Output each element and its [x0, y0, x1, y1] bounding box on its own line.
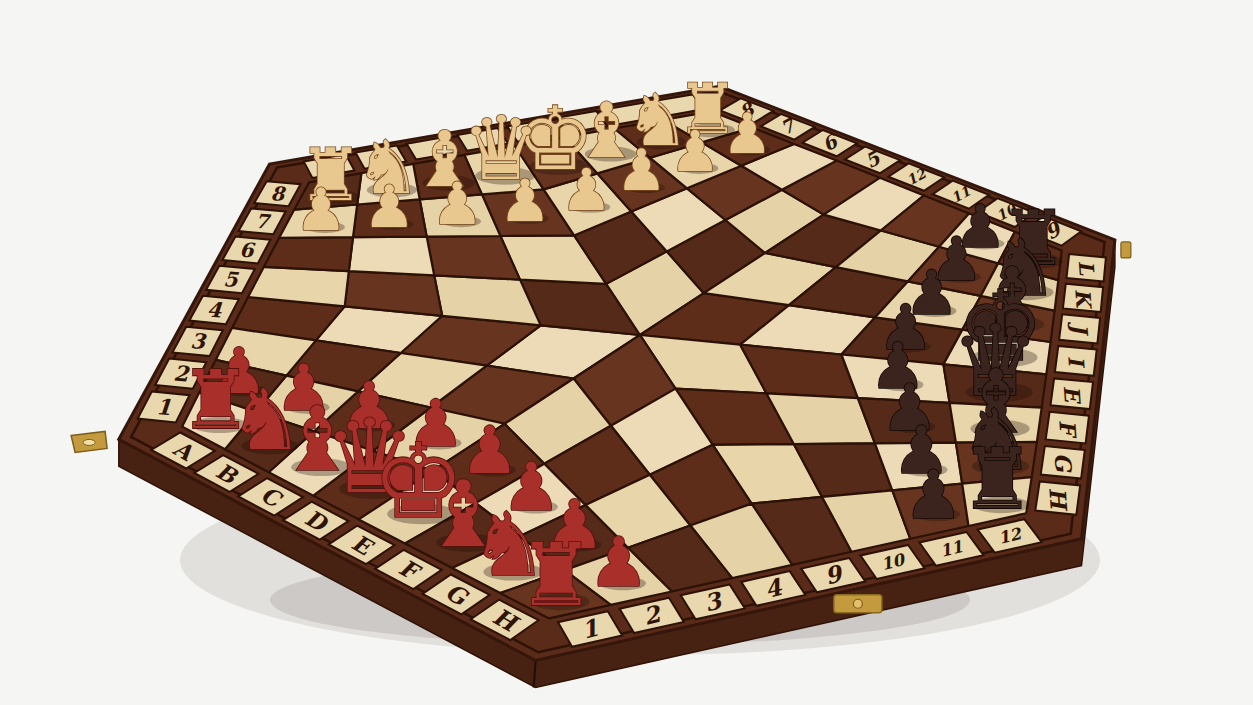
edge-label: 1	[155, 394, 172, 420]
piece-white-pawn[interactable]: ♟	[499, 167, 551, 235]
piece-red-pawn[interactable]: ♟	[588, 523, 649, 602]
front-latch-knob	[853, 599, 862, 608]
piece-black-rook[interactable]: ♜	[960, 430, 1035, 528]
piece-white-pawn[interactable]: ♟	[295, 176, 347, 244]
piece-black-pawn[interactable]: ♟	[903, 456, 963, 534]
left-clasp-slot	[83, 439, 95, 445]
board-cell[interactable]	[349, 237, 434, 276]
product-photo-scene: 1234567887651211109LKJIEFGH12111094321HG…	[0, 0, 1253, 705]
right-hinge	[1121, 242, 1131, 258]
piece-white-pawn[interactable]: ♟	[616, 137, 667, 203]
piece-white-pawn[interactable]: ♟	[431, 170, 483, 238]
piece-white-pawn[interactable]: ♟	[722, 101, 772, 166]
edge-label: 4	[206, 298, 223, 323]
piece-red-rook[interactable]: ♜	[517, 525, 595, 625]
three-player-chess-board: 1234567887651211109LKJIEFGH12111094321HG…	[0, 0, 1253, 705]
edge-label: L	[1074, 260, 1099, 277]
piece-white-pawn[interactable]: ♟	[670, 118, 721, 184]
piece-white-pawn[interactable]: ♟	[363, 173, 415, 241]
piece-white-pawn[interactable]: ♟	[561, 156, 613, 224]
